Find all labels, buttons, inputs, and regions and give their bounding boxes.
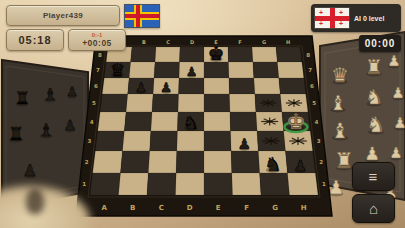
square-g6[interactable]	[254, 78, 280, 94]
black-player-clock: 00:00	[359, 35, 401, 52]
square-c7[interactable]	[154, 62, 179, 78]
square-b1[interactable]	[119, 173, 149, 195]
square-d8[interactable]	[180, 47, 204, 62]
square-f4[interactable]	[230, 112, 257, 131]
square-c1[interactable]	[147, 173, 176, 195]
white-player-clock: 05:18	[6, 29, 64, 51]
file-label-top: C	[166, 39, 170, 45]
move-hint-star-h5[interactable]	[286, 99, 302, 107]
rank-label-left: 8	[98, 52, 102, 58]
square-c4[interactable]	[151, 112, 178, 131]
rank-label-left: 1	[82, 181, 86, 187]
square-c2[interactable]	[148, 151, 177, 173]
square-h6[interactable]	[279, 78, 306, 94]
square-a5[interactable]	[100, 94, 128, 112]
captured-white-knight: ♞	[365, 85, 383, 109]
piece-white-king-h4[interactable]: ♚	[286, 109, 305, 134]
captured-white-pawn: ♟	[389, 144, 402, 162]
square-f7[interactable]	[228, 62, 253, 78]
file-label-bottom: F	[244, 204, 249, 212]
square-d3[interactable]	[177, 131, 204, 151]
square-e5[interactable]	[204, 94, 230, 112]
file-label-top: G	[262, 39, 266, 45]
square-b7[interactable]	[129, 62, 155, 78]
rank-label-left: 6	[94, 83, 98, 89]
square-f1[interactable]	[232, 173, 261, 195]
captured-white-bishop: ♝	[331, 119, 350, 143]
file-label-bottom: A	[101, 204, 107, 212]
piece-black-knight-g2[interactable]: ♞	[264, 153, 281, 176]
game-screen: ♜♝♟♜♝♟♟♛♜♝♞♝♞♜♟♟♟♟♟♟♟♟AABBCCDDEEFFGGHH11…	[0, 0, 405, 228]
piece-black-pawn-b6[interactable]: ♟	[135, 80, 147, 95]
square-h8[interactable]	[276, 47, 302, 62]
captured-black-pawn: ♟	[23, 161, 37, 180]
square-b4[interactable]	[124, 112, 152, 131]
move-hint-star-h3[interactable]	[289, 137, 307, 145]
captured-white-pawn: ♟	[393, 114, 405, 132]
captured-white-pawn: ♟	[387, 52, 400, 70]
captured-white-rook: ♜	[365, 55, 383, 79]
captured-black-bishop: ♝	[43, 85, 57, 104]
square-h1[interactable]	[287, 173, 318, 195]
square-d2[interactable]	[176, 151, 204, 173]
square-e1[interactable]	[204, 173, 233, 195]
square-b8[interactable]	[131, 47, 156, 62]
rank-label-right: 5	[312, 100, 316, 106]
square-g1[interactable]	[260, 173, 290, 195]
white-player-name: Player439	[43, 11, 83, 20]
file-label-top: H	[286, 39, 290, 45]
captured-black-rook: ♜	[8, 123, 24, 144]
white-player-name-plate: Player439	[6, 5, 120, 26]
square-e4[interactable]	[204, 112, 231, 131]
file-label-bottom: H	[301, 204, 307, 212]
square-a2[interactable]	[93, 151, 123, 173]
square-a3[interactable]	[95, 131, 124, 151]
rank-label-left: 2	[85, 159, 89, 165]
piece-black-pawn-f3[interactable]: ♟	[238, 135, 251, 152]
captured-black-bishop: ♝	[38, 120, 53, 140]
rank-label-right: 7	[308, 67, 312, 73]
piece-black-queen-a7[interactable]: ♛	[110, 60, 126, 80]
square-a6[interactable]	[102, 78, 129, 94]
square-d5[interactable]	[178, 94, 204, 112]
bonus-time: +00:05	[82, 39, 112, 48]
rank-label-left: 5	[92, 100, 96, 106]
rank-label-right: 1	[322, 181, 326, 187]
file-label-top: D	[190, 39, 194, 45]
captured-white-pawn: ♟	[364, 143, 380, 164]
move-hint-star-g3[interactable]	[262, 137, 280, 145]
captured-white-knight: ♞	[367, 113, 386, 137]
square-c5[interactable]	[152, 94, 179, 112]
captured-white-bishop: ♝	[329, 91, 347, 115]
menu-button[interactable]: ≡	[352, 162, 395, 191]
square-a4[interactable]	[98, 112, 126, 131]
black-player-flag-georgia: ++ ++	[314, 7, 350, 29]
piece-black-pawn-h2[interactable]: ♟	[293, 157, 307, 175]
square-c3[interactable]	[150, 131, 178, 151]
square-g8[interactable]	[252, 47, 277, 62]
rank-label-right: 4	[314, 119, 318, 125]
piece-black-pawn-c6[interactable]: ♟	[160, 80, 172, 95]
piece-black-king-e8[interactable]: ♚	[208, 43, 225, 64]
square-d6[interactable]	[179, 78, 204, 94]
rank-label-right: 8	[306, 52, 310, 58]
square-e6[interactable]	[204, 78, 229, 94]
captured-white-pawn: ♟	[391, 84, 404, 102]
menu-icon: ≡	[369, 168, 379, 185]
captured-white-rook: ♜	[334, 148, 354, 173]
square-f5[interactable]	[229, 94, 256, 112]
white-player-bonus-box: 0:-1 +00:05	[68, 29, 126, 51]
foreground-piece-blur	[26, 188, 44, 214]
square-e3[interactable]	[204, 131, 231, 151]
piece-black-pawn-d7[interactable]: ♟	[186, 64, 197, 79]
square-a1[interactable]	[90, 173, 121, 195]
square-f6[interactable]	[229, 78, 255, 94]
rank-label-left: 7	[96, 67, 100, 73]
captured-black-pawn: ♟	[66, 84, 78, 99]
square-b3[interactable]	[123, 131, 151, 151]
rank-label-left: 3	[87, 138, 91, 144]
captured-black-pawn: ♟	[64, 117, 77, 133]
square-e2[interactable]	[204, 151, 232, 173]
rank-label-right: 6	[310, 83, 314, 89]
file-label-bottom: G	[272, 204, 278, 212]
file-label-bottom: C	[159, 204, 164, 212]
square-g7[interactable]	[253, 62, 279, 78]
square-d1[interactable]	[176, 173, 205, 195]
square-c8[interactable]	[155, 47, 180, 62]
piece-black-knight-d4[interactable]: ♞	[183, 112, 199, 133]
rank-label-right: 3	[317, 138, 321, 144]
file-label-bottom: E	[216, 204, 221, 212]
captured-black-rook: ♜	[14, 88, 29, 108]
square-b2[interactable]	[121, 151, 150, 173]
black-player-name-plate: ++ ++ AI 0 level	[311, 4, 401, 32]
square-f8[interactable]	[228, 47, 253, 62]
file-label-top: B	[142, 39, 146, 45]
home-icon: ⌂	[369, 200, 378, 217]
file-label-top: F	[238, 39, 241, 45]
square-b5[interactable]	[126, 94, 153, 112]
file-label-bottom: B	[130, 204, 135, 212]
file-label-bottom: D	[187, 204, 193, 212]
square-e7[interactable]	[204, 62, 229, 78]
square-f2[interactable]	[231, 151, 260, 173]
captured-white-queen: ♛	[331, 63, 349, 87]
white-player-flag-aland	[124, 4, 160, 28]
square-h7[interactable]	[277, 62, 303, 78]
black-player-name: AI 0 level	[354, 15, 384, 22]
rank-label-right: 2	[319, 159, 323, 165]
rank-label-left: 4	[90, 119, 94, 125]
home-button[interactable]: ⌂	[352, 194, 395, 223]
move-hint-star-g4[interactable]	[261, 118, 278, 126]
move-hint-star-g5[interactable]	[260, 99, 276, 107]
